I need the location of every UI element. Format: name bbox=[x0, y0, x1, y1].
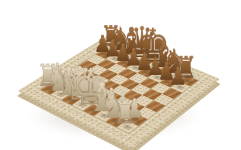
chess-set-scene: ♜♞♝♛♚♝♞♜♟♟♟♟♟♟♟♟♟♟♟♟♟♟♟♟♜♞♝♛♚♝♞♜ bbox=[0, 0, 241, 150]
white-rook-h1[interactable]: ♜ bbox=[106, 96, 145, 128]
black-pawn-h7[interactable]: ♟ bbox=[160, 64, 196, 89]
square-h1[interactable]: ♜ bbox=[117, 120, 138, 133]
